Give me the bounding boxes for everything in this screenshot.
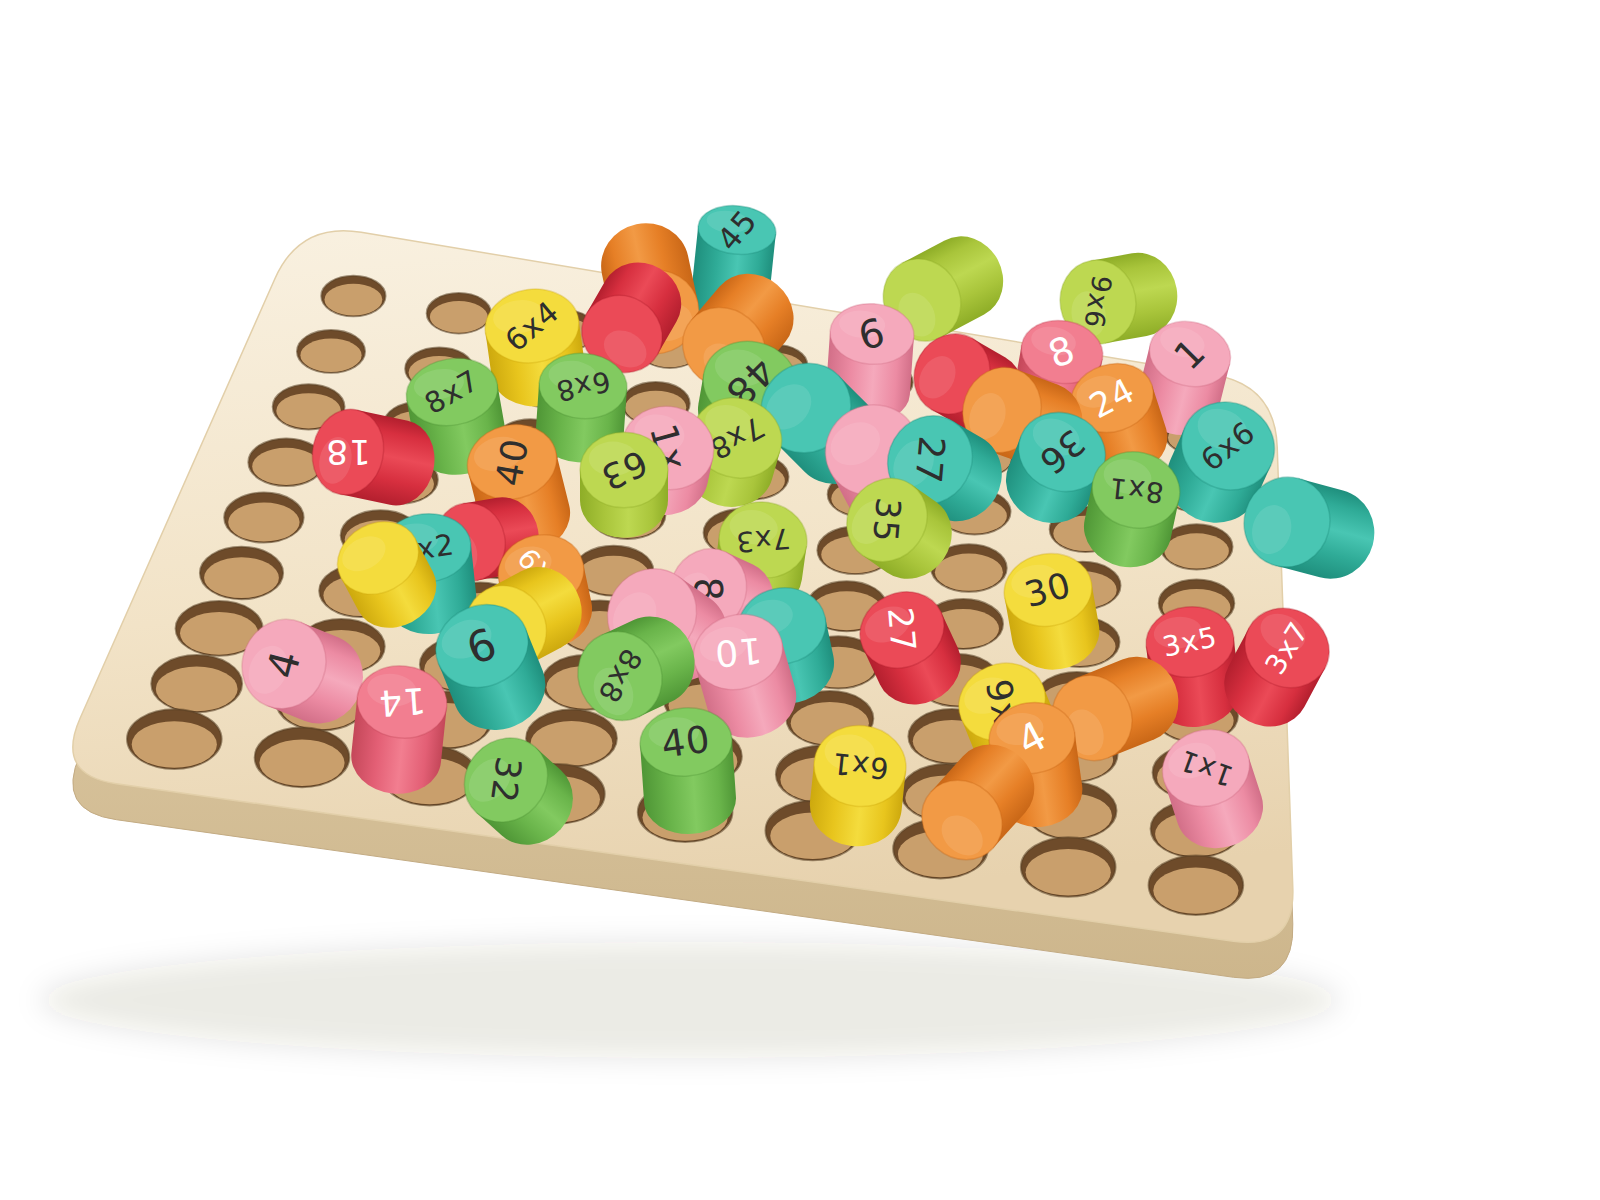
photo-stage: 459x66x4681486x88x7247x81x6x636271863408… [0, 0, 1600, 1200]
peg-label: 40 [488, 435, 537, 489]
peg-label: 32 [483, 754, 529, 806]
peg-label: 27 [880, 606, 924, 655]
peg-label: 10 [712, 629, 763, 674]
peg-label: 6x1 [830, 746, 890, 786]
board-hole [321, 276, 385, 316]
board-hole [127, 709, 222, 769]
board-hole [297, 330, 365, 373]
board-hole [224, 493, 303, 543]
board-hole [200, 547, 283, 599]
peg-label: 27 [907, 434, 952, 485]
peg-label: 35 [865, 496, 909, 545]
board-hole [427, 293, 491, 333]
peg-label: 40 [659, 717, 714, 766]
board-hole [1149, 855, 1244, 915]
peg-label: 7x3 [734, 522, 791, 559]
peg-label: 14 [377, 680, 428, 724]
board-hole [1021, 837, 1116, 897]
multiplication-peg-board-scene: 459x66x4681486x88x7247x81x6x636271863408… [0, 0, 1600, 1200]
peg-label: 8x1 [1107, 471, 1165, 510]
board-hole [255, 728, 350, 788]
board-hole [151, 655, 242, 712]
peg-label: 18 [325, 432, 370, 472]
